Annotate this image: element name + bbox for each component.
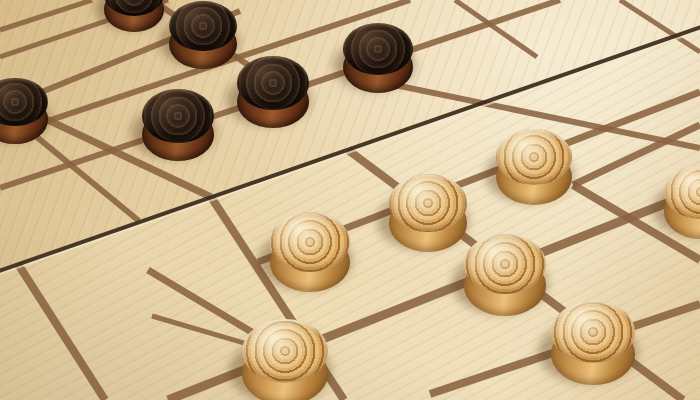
piece-light[interactable] xyxy=(389,174,467,252)
piece-dark[interactable] xyxy=(142,89,214,161)
piece-dark[interactable] xyxy=(343,23,413,93)
morris-board xyxy=(0,0,700,400)
piece-top-rings xyxy=(551,301,635,363)
piece-light[interactable] xyxy=(464,234,546,316)
piece-top-rings xyxy=(142,89,214,142)
piece-top-rings xyxy=(389,174,467,232)
piece-light[interactable] xyxy=(496,129,572,205)
piece-light[interactable] xyxy=(551,301,635,385)
piece-top-rings xyxy=(496,129,572,185)
piece-top-rings xyxy=(169,1,237,51)
piece-dark[interactable] xyxy=(0,78,48,144)
piece-top-rings xyxy=(343,23,413,75)
piece-dark[interactable] xyxy=(169,1,237,69)
piece-top-rings xyxy=(464,234,546,295)
piece-top-rings xyxy=(270,212,350,271)
piece-top-rings xyxy=(237,56,309,109)
board-line xyxy=(18,264,105,400)
board-line xyxy=(0,0,92,30)
piece-light[interactable] xyxy=(664,165,700,239)
piece-light[interactable] xyxy=(242,319,328,400)
piece-dark[interactable] xyxy=(237,56,309,128)
piece-top-rings xyxy=(242,319,328,383)
piece-dark[interactable] xyxy=(104,0,164,32)
piece-light[interactable] xyxy=(270,212,350,292)
